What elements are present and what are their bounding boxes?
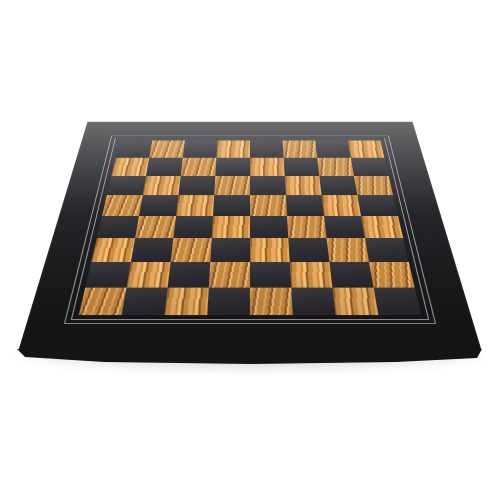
square-h8[interactable] [348,141,385,158]
square-d7[interactable] [215,158,250,176]
square-d2[interactable] [209,262,250,288]
square-g6[interactable] [319,176,357,195]
square-g1[interactable] [332,288,378,316]
square-a3[interactable] [91,238,135,262]
square-b1[interactable] [122,288,168,316]
square-h5[interactable] [357,195,398,216]
square-b8[interactable] [149,141,185,158]
square-c6[interactable] [178,176,215,195]
square-h6[interactable] [354,176,393,195]
square-d8[interactable] [216,141,250,158]
square-f1[interactable] [291,288,335,316]
square-c5[interactable] [176,195,214,216]
square-e8[interactable] [250,141,284,158]
square-g2[interactable] [329,262,373,288]
square-a2[interactable] [85,262,131,288]
square-g3[interactable] [327,238,369,262]
square-a5[interactable] [102,195,143,216]
square-e1[interactable] [250,288,293,316]
square-c2[interactable] [168,262,211,288]
square-b6[interactable] [143,176,181,195]
chess-board [19,122,482,350]
square-d6[interactable] [214,176,250,195]
square-a1[interactable] [79,288,127,316]
square-a6[interactable] [107,176,146,195]
square-f4[interactable] [287,216,327,238]
square-f3[interactable] [288,238,329,262]
square-e2[interactable] [250,262,291,288]
square-g7[interactable] [317,158,354,176]
square-e3[interactable] [250,238,290,262]
square-c3[interactable] [171,238,212,262]
product-photo-background [0,0,500,500]
square-c1[interactable] [164,288,208,316]
square-f5[interactable] [286,195,324,216]
square-h7[interactable] [351,158,389,176]
square-h1[interactable] [374,288,422,316]
square-a4[interactable] [97,216,139,238]
square-h2[interactable] [369,262,415,288]
board-squares [79,141,421,316]
square-e4[interactable] [250,216,288,238]
square-b7[interactable] [146,158,183,176]
square-d3[interactable] [210,238,250,262]
square-e6[interactable] [250,176,286,195]
square-d5[interactable] [213,195,250,216]
square-c4[interactable] [173,216,213,238]
square-d1[interactable] [207,288,250,316]
square-b5[interactable] [139,195,178,216]
square-f8[interactable] [283,141,318,158]
square-f6[interactable] [285,176,322,195]
square-b4[interactable] [135,216,176,238]
square-e7[interactable] [250,158,285,176]
square-c8[interactable] [183,141,218,158]
square-g4[interactable] [324,216,365,238]
square-h3[interactable] [365,238,409,262]
square-f2[interactable] [290,262,333,288]
square-h4[interactable] [361,216,403,238]
square-e5[interactable] [250,195,287,216]
square-b2[interactable] [126,262,170,288]
square-g5[interactable] [322,195,361,216]
square-d4[interactable] [212,216,250,238]
square-b3[interactable] [131,238,173,262]
square-a7[interactable] [111,158,149,176]
square-c7[interactable] [181,158,217,176]
square-a8[interactable] [116,141,153,158]
square-f7[interactable] [284,158,320,176]
square-g8[interactable] [315,141,351,158]
